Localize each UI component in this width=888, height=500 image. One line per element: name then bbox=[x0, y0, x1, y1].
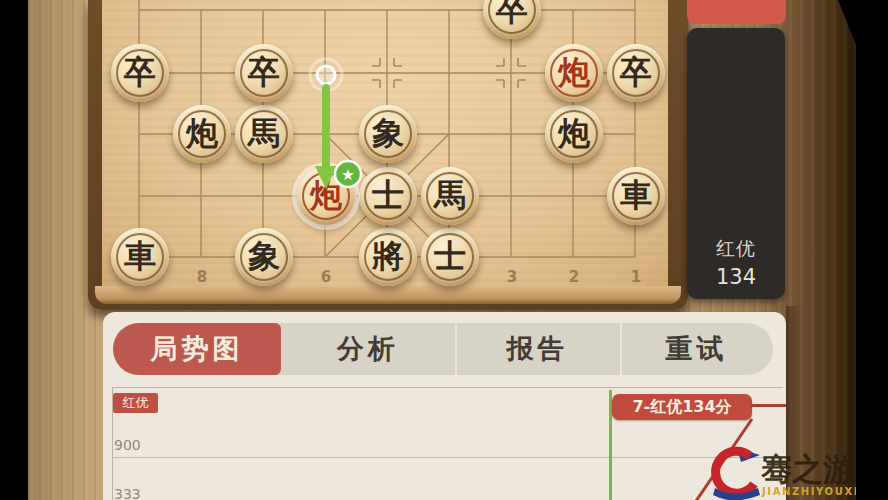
piece-black-elephant[interactable]: 象 bbox=[359, 105, 417, 163]
top-right-red-button[interactable] bbox=[687, 0, 786, 24]
piece-black-horse[interactable]: 馬 bbox=[235, 105, 293, 163]
piece-red-cannon[interactable]: 炮 bbox=[545, 44, 603, 102]
file-label-1: 1 bbox=[631, 268, 641, 286]
piece-black-pawn[interactable]: 卒 bbox=[607, 44, 665, 102]
piece-black-cannon[interactable]: 炮 bbox=[545, 105, 603, 163]
annotation-callout-line bbox=[751, 404, 786, 407]
piece-red-cannon[interactable]: 炮 bbox=[297, 167, 355, 225]
analysis-panel: 局势图 分析 报告 重试 红优 900 333 7-红优134分 bbox=[103, 312, 786, 500]
piece-black-general[interactable]: 將 bbox=[359, 228, 417, 286]
watermark-logo-icon bbox=[703, 446, 761, 500]
piece-black-elephant[interactable]: 象 bbox=[235, 228, 293, 286]
chart-annotation: 7-红优134分 bbox=[612, 394, 752, 420]
evaluation-bar: 红优 134 bbox=[687, 28, 785, 299]
piece-black-advisor[interactable]: 士 bbox=[421, 228, 479, 286]
left-black-bar bbox=[0, 0, 28, 500]
piece-black-pawn[interactable]: 卒 bbox=[235, 44, 293, 102]
board-front-edge bbox=[95, 286, 681, 304]
piece-black-chariot[interactable]: 車 bbox=[607, 167, 665, 225]
piece-black-chariot[interactable]: 車 bbox=[111, 228, 169, 286]
piece-black-horse[interactable]: 馬 bbox=[421, 167, 479, 225]
file-label-3: 3 bbox=[507, 268, 517, 286]
piece-black-pawn[interactable]: 卒 bbox=[111, 44, 169, 102]
file-label-8: 8 bbox=[197, 268, 207, 286]
right-black-bar bbox=[856, 0, 888, 500]
screenshot-root: 987654321 車象將士車馬士炮炮馬象炮卒卒炮卒卒 ★ 红优 134 局势图… bbox=[0, 0, 888, 500]
eval-label: 红优 bbox=[716, 236, 756, 262]
file-label-2: 2 bbox=[569, 268, 579, 286]
eval-score: 134 bbox=[716, 265, 756, 289]
piece-black-cannon[interactable]: 炮 bbox=[173, 105, 231, 163]
piece-black-advisor[interactable]: 士 bbox=[359, 167, 417, 225]
file-label-6: 6 bbox=[321, 268, 331, 286]
